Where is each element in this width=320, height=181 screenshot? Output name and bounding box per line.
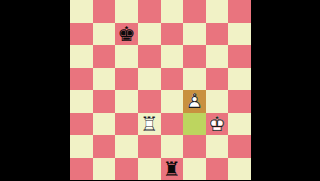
square-e3[interactable]	[161, 113, 184, 136]
square-a1[interactable]	[70, 158, 93, 181]
square-a4[interactable]	[70, 90, 93, 113]
black-king-glyph: ♚	[115, 23, 138, 46]
square-h8[interactable]	[228, 0, 251, 23]
square-b4[interactable]	[93, 90, 116, 113]
letterbox-right	[251, 0, 320, 180]
piece-white-king[interactable]: ♚♔	[206, 113, 229, 136]
square-f5[interactable]	[183, 68, 206, 91]
square-d6[interactable]	[138, 45, 161, 68]
square-a8[interactable]	[70, 0, 93, 23]
square-a2[interactable]	[70, 135, 93, 158]
square-f1[interactable]	[183, 158, 206, 181]
square-e5[interactable]	[161, 68, 184, 91]
square-c6[interactable]	[115, 45, 138, 68]
square-d1[interactable]	[138, 158, 161, 181]
square-g7[interactable]	[206, 23, 229, 46]
square-h3[interactable]	[228, 113, 251, 136]
white-king-outline-glyph: ♔	[206, 113, 229, 136]
square-g2[interactable]	[206, 135, 229, 158]
square-e2[interactable]	[161, 135, 184, 158]
square-f8[interactable]	[183, 0, 206, 23]
square-g6[interactable]	[206, 45, 229, 68]
square-d8[interactable]	[138, 0, 161, 23]
square-f3[interactable]	[183, 113, 206, 136]
square-c5[interactable]	[115, 68, 138, 91]
square-a3[interactable]	[70, 113, 93, 136]
square-d2[interactable]	[138, 135, 161, 158]
letterbox-left	[0, 0, 70, 180]
square-h4[interactable]	[228, 90, 251, 113]
video-frame: 5 ♚♟♙♜♖♚♔♜	[0, 0, 320, 180]
piece-black-king[interactable]: ♚	[115, 23, 138, 46]
square-b2[interactable]	[93, 135, 116, 158]
square-a7[interactable]	[70, 23, 93, 46]
square-e4[interactable]	[161, 90, 184, 113]
square-c8[interactable]	[115, 0, 138, 23]
square-d7[interactable]	[138, 23, 161, 46]
square-g1[interactable]	[206, 158, 229, 181]
square-d5[interactable]	[138, 68, 161, 91]
chess-board[interactable]: 5 ♚♟♙♜♖♚♔♜	[70, 0, 251, 180]
square-g4[interactable]	[206, 90, 229, 113]
square-h5[interactable]	[228, 68, 251, 91]
square-b1[interactable]	[93, 158, 116, 181]
square-e6[interactable]	[161, 45, 184, 68]
square-g5[interactable]	[206, 68, 229, 91]
square-b6[interactable]	[93, 45, 116, 68]
piece-white-pawn[interactable]: ♟♙	[183, 90, 206, 113]
square-a5[interactable]	[70, 68, 93, 91]
square-a6[interactable]	[70, 45, 93, 68]
square-f7[interactable]	[183, 23, 206, 46]
square-b8[interactable]	[93, 0, 116, 23]
square-h1[interactable]	[228, 158, 251, 181]
square-c7[interactable]: ♚	[115, 23, 138, 46]
black-rook-glyph: ♜	[161, 158, 184, 181]
square-b5[interactable]	[93, 68, 116, 91]
square-f2[interactable]	[183, 135, 206, 158]
square-e7[interactable]	[161, 23, 184, 46]
square-c1[interactable]	[115, 158, 138, 181]
piece-white-rook[interactable]: ♜♖	[138, 113, 161, 136]
square-d3[interactable]: ♜♖	[138, 113, 161, 136]
square-c4[interactable]	[115, 90, 138, 113]
white-pawn-outline-glyph: ♙	[183, 90, 206, 113]
square-b3[interactable]	[93, 113, 116, 136]
piece-black-rook[interactable]: ♜	[161, 158, 184, 181]
square-f6[interactable]	[183, 45, 206, 68]
square-h7[interactable]	[228, 23, 251, 46]
square-g3[interactable]: ♚♔	[206, 113, 229, 136]
square-g8[interactable]	[206, 0, 229, 23]
square-h6[interactable]	[228, 45, 251, 68]
square-b7[interactable]	[93, 23, 116, 46]
square-c2[interactable]	[115, 135, 138, 158]
square-e8[interactable]	[161, 0, 184, 23]
square-f4[interactable]: ♟♙	[183, 90, 206, 113]
square-d4[interactable]	[138, 90, 161, 113]
square-c3[interactable]	[115, 113, 138, 136]
square-h2[interactable]	[228, 135, 251, 158]
square-e1[interactable]: ♜	[161, 158, 184, 181]
white-rook-outline-glyph: ♖	[138, 113, 161, 136]
